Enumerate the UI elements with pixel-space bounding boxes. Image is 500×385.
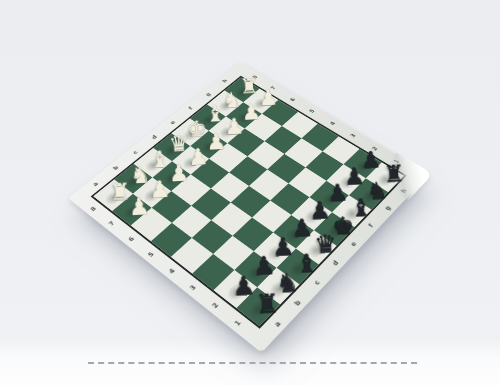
board-tilt-wrapper: abcdefgh abcdefgh 87654321 87654321 ♜♞♝♛… (68, 62, 429, 353)
square-g1: ♞ (349, 178, 388, 209)
board-grid: ♜♞♝♛♚♝♞♜♟♟♟♟♟♟♟♟♟♟♟♟♟♟♟♟♜♞♝♛♚♝♞♜ (91, 76, 407, 329)
coordinate-label: 1 (383, 152, 411, 171)
dashed-separator (88, 362, 417, 364)
product-photo-background: { "game": "chess", "position": { "fen": … (0, 0, 500, 385)
board-mat: abcdefgh abcdefgh 87654321 87654321 ♜♞♝♛… (68, 62, 429, 353)
